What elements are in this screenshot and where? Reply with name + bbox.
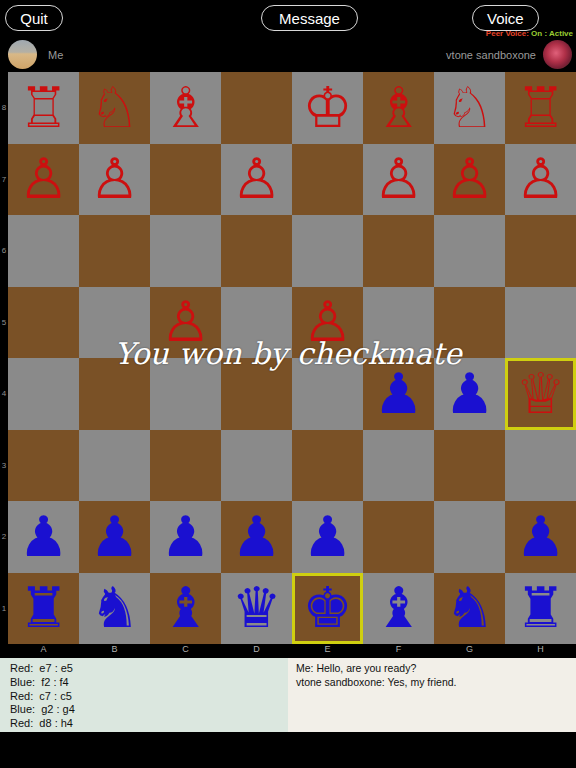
opponent-avatar <box>543 40 572 69</box>
square-e5[interactable]: ♙ <box>292 287 363 359</box>
square-c5[interactable]: ♙ <box>150 287 221 359</box>
blue-bishop: ♝ <box>160 580 210 636</box>
message-button[interactable]: Message <box>261 5 358 31</box>
move-entry: Red: d8 : h4 <box>10 717 288 731</box>
square-g5[interactable] <box>434 287 505 359</box>
square-a5[interactable] <box>8 287 79 359</box>
move-entry: Red: e7 : e5 <box>10 662 288 676</box>
blue-knight: ♞ <box>89 580 139 636</box>
square-e6[interactable] <box>292 215 363 287</box>
rank-label: 8 <box>0 72 8 144</box>
me-player-name: Me <box>48 49 63 61</box>
square-b7[interactable]: ♙ <box>79 144 150 216</box>
file-label: G <box>434 644 505 658</box>
blue-bishop: ♝ <box>373 580 423 636</box>
square-d6[interactable] <box>221 215 292 287</box>
move-entry: Blue: g2 : g4 <box>10 703 288 717</box>
square-d7[interactable]: ♙ <box>221 144 292 216</box>
chat-message: vtone sandboxone: Yes, my friend. <box>296 676 576 690</box>
square-e2[interactable]: ♟ <box>292 501 363 573</box>
red-rook: ♖ <box>515 80 565 136</box>
blue-pawn: ♟ <box>515 509 565 565</box>
square-c3[interactable] <box>150 430 221 502</box>
square-b8[interactable]: ♘ <box>79 72 150 144</box>
square-h3[interactable] <box>505 430 576 502</box>
square-a4[interactable] <box>8 358 79 430</box>
blue-knight: ♞ <box>444 580 494 636</box>
peer-voice-state: On : Active <box>531 29 573 38</box>
square-c4[interactable] <box>150 358 221 430</box>
chat-panel: Me: Hello, are you ready? vtone sandboxo… <box>288 658 576 732</box>
square-e1[interactable]: ♚ <box>292 573 363 645</box>
blue-rook: ♜ <box>18 580 68 636</box>
square-a1[interactable]: ♜ <box>8 573 79 645</box>
red-king: ♔ <box>302 80 352 136</box>
square-e7[interactable] <box>292 144 363 216</box>
square-h6[interactable] <box>505 215 576 287</box>
chat-message: Me: Hello, are you ready? <box>296 662 576 676</box>
rank-label: 7 <box>0 144 8 216</box>
square-f1[interactable]: ♝ <box>363 573 434 645</box>
rank-label: 5 <box>0 287 8 359</box>
red-pawn: ♙ <box>231 151 281 207</box>
blue-rook: ♜ <box>515 580 565 636</box>
square-b5[interactable] <box>79 287 150 359</box>
square-f5[interactable] <box>363 287 434 359</box>
square-g3[interactable] <box>434 430 505 502</box>
peer-voice-label: Peer Voice: <box>486 29 529 38</box>
blue-queen: ♛ <box>231 580 281 636</box>
file-label: H <box>505 644 576 658</box>
square-c1[interactable]: ♝ <box>150 573 221 645</box>
red-pawn: ♙ <box>89 151 139 207</box>
player-row: Me vtone sandboxone <box>0 40 576 72</box>
blue-pawn: ♟ <box>18 509 68 565</box>
square-e8[interactable]: ♔ <box>292 72 363 144</box>
square-h4[interactable]: ♕ <box>505 358 576 430</box>
square-a6[interactable] <box>8 215 79 287</box>
square-h7[interactable]: ♙ <box>505 144 576 216</box>
file-label: D <box>221 644 292 658</box>
square-f4[interactable]: ♟ <box>363 358 434 430</box>
square-c8[interactable]: ♗ <box>150 72 221 144</box>
square-c7[interactable] <box>150 144 221 216</box>
blue-pawn: ♟ <box>302 509 352 565</box>
rank-label: 3 <box>0 430 8 502</box>
rank-label: 4 <box>0 358 8 430</box>
red-queen: ♕ <box>515 366 565 422</box>
square-b4[interactable] <box>79 358 150 430</box>
voice-button[interactable]: Voice <box>472 5 539 31</box>
square-d4[interactable] <box>221 358 292 430</box>
file-label: A <box>8 644 79 658</box>
square-b1[interactable]: ♞ <box>79 573 150 645</box>
bottom-panels: Red: e7 : e5 Blue: f2 : f4 Red: c7 : c5 … <box>0 658 576 732</box>
square-f7[interactable]: ♙ <box>363 144 434 216</box>
square-b3[interactable] <box>79 430 150 502</box>
blue-pawn: ♟ <box>444 366 494 422</box>
square-d3[interactable] <box>221 430 292 502</box>
rank-labels: 87654321 <box>0 72 8 644</box>
red-rook: ♖ <box>18 80 68 136</box>
move-list-panel: Red: e7 : e5 Blue: f2 : f4 Red: c7 : c5 … <box>0 658 288 732</box>
square-e4[interactable] <box>292 358 363 430</box>
peer-voice-status: Peer Voice: On : Active <box>486 29 573 38</box>
red-pawn: ♙ <box>302 294 352 350</box>
square-h8[interactable]: ♖ <box>505 72 576 144</box>
square-a7[interactable]: ♙ <box>8 144 79 216</box>
square-d8[interactable] <box>221 72 292 144</box>
chess-board-region: 87654321 ♖♘♗♔♗♘♖♙♙♙♙♙♙♙♙♟♟♕♟♟♟♟♟♟♜♞♝♛♚♝♞… <box>0 72 576 658</box>
square-g8[interactable]: ♘ <box>434 72 505 144</box>
red-bishop: ♗ <box>160 80 210 136</box>
square-g7[interactable]: ♙ <box>434 144 505 216</box>
square-g1[interactable]: ♞ <box>434 573 505 645</box>
rank-label: 2 <box>0 501 8 573</box>
blue-pawn: ♟ <box>231 509 281 565</box>
red-knight: ♘ <box>89 80 139 136</box>
file-label: E <box>292 644 363 658</box>
square-g6[interactable] <box>434 215 505 287</box>
move-entry: Red: c7 : c5 <box>10 690 288 704</box>
move-entry: Blue: f2 : f4 <box>10 676 288 690</box>
file-label: B <box>79 644 150 658</box>
square-c6[interactable] <box>150 215 221 287</box>
file-label: C <box>150 644 221 658</box>
square-c2[interactable]: ♟ <box>150 501 221 573</box>
square-a8[interactable]: ♖ <box>8 72 79 144</box>
square-f2[interactable] <box>363 501 434 573</box>
red-pawn: ♙ <box>444 151 494 207</box>
square-f6[interactable] <box>363 215 434 287</box>
blue-pawn: ♟ <box>89 509 139 565</box>
file-labels: ABCDEFGH <box>8 644 576 658</box>
footer-strip <box>0 732 576 768</box>
rank-label: 6 <box>0 215 8 287</box>
square-b6[interactable] <box>79 215 150 287</box>
chess-board: ♖♘♗♔♗♘♖♙♙♙♙♙♙♙♙♟♟♕♟♟♟♟♟♟♜♞♝♛♚♝♞♜ <box>8 72 576 644</box>
square-d2[interactable]: ♟ <box>221 501 292 573</box>
square-a2[interactable]: ♟ <box>8 501 79 573</box>
square-a3[interactable] <box>8 430 79 502</box>
quit-button[interactable]: Quit <box>5 5 63 31</box>
blue-pawn: ♟ <box>160 509 210 565</box>
square-f8[interactable]: ♗ <box>363 72 434 144</box>
red-pawn: ♙ <box>160 294 210 350</box>
square-h2[interactable]: ♟ <box>505 501 576 573</box>
square-b2[interactable]: ♟ <box>79 501 150 573</box>
red-knight: ♘ <box>444 80 494 136</box>
square-e3[interactable] <box>292 430 363 502</box>
square-f3[interactable] <box>363 430 434 502</box>
blue-pawn: ♟ <box>373 366 423 422</box>
opponent-player-name: vtone sandboxone <box>446 49 536 61</box>
red-pawn: ♙ <box>373 151 423 207</box>
square-d1[interactable]: ♛ <box>221 573 292 645</box>
square-d5[interactable] <box>221 287 292 359</box>
red-bishop: ♗ <box>373 80 423 136</box>
square-h5[interactable] <box>505 287 576 359</box>
square-g4[interactable]: ♟ <box>434 358 505 430</box>
red-pawn: ♙ <box>515 151 565 207</box>
square-g2[interactable] <box>434 501 505 573</box>
blue-king: ♚ <box>302 580 352 636</box>
rank-label: 1 <box>0 573 8 645</box>
top-bar: Quit Message Voice Peer Voice: On : Acti… <box>0 0 576 40</box>
file-label: F <box>363 644 434 658</box>
red-pawn: ♙ <box>18 151 68 207</box>
square-h1[interactable]: ♜ <box>505 573 576 645</box>
me-avatar <box>8 40 37 69</box>
